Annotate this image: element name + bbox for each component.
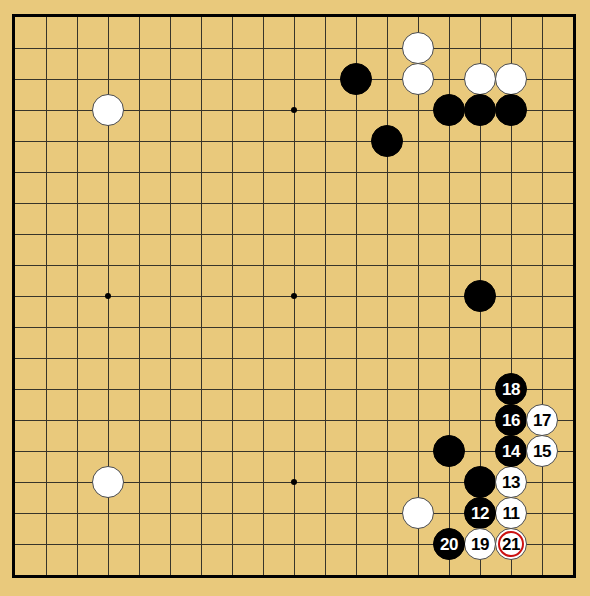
board-cell <box>139 48 170 79</box>
board-cell <box>542 265 573 296</box>
board-cell <box>232 234 263 265</box>
board-cell <box>356 513 387 544</box>
board-cell <box>325 482 356 513</box>
board-cell <box>77 265 108 296</box>
board-cell <box>170 79 201 110</box>
board-cell <box>387 451 418 482</box>
board-cell <box>511 296 542 327</box>
board-cell <box>511 141 542 172</box>
board-cell <box>387 327 418 358</box>
board-cell <box>15 79 46 110</box>
board-cell <box>46 110 77 141</box>
board-cell <box>232 358 263 389</box>
stone-black-move-14: 14 <box>495 435 527 467</box>
board-cell <box>263 48 294 79</box>
stone-white-move-15: 15 <box>526 435 558 467</box>
stone-white-move-13: 13 <box>495 466 527 498</box>
board-cell <box>232 389 263 420</box>
board-cell <box>263 172 294 203</box>
stone-black-move-18: 18 <box>495 373 527 405</box>
board-cell <box>542 296 573 327</box>
board-cell <box>294 172 325 203</box>
board-cell <box>201 79 232 110</box>
board-cell <box>46 451 77 482</box>
board-cell <box>46 389 77 420</box>
board-cell <box>170 172 201 203</box>
board-cell <box>325 265 356 296</box>
board-cell <box>139 451 170 482</box>
stone-black-move-16: 16 <box>495 404 527 436</box>
board-cell <box>387 358 418 389</box>
board-cell <box>108 389 139 420</box>
board-cell <box>263 17 294 48</box>
board-cell <box>170 141 201 172</box>
board-cell <box>108 420 139 451</box>
board-cell <box>418 265 449 296</box>
board-cell <box>542 327 573 358</box>
board-cell <box>356 544 387 575</box>
board-cell <box>15 203 46 234</box>
board-cell <box>139 141 170 172</box>
board-cell <box>46 265 77 296</box>
board-cell <box>108 17 139 48</box>
board-cell <box>77 17 108 48</box>
board-cell <box>263 451 294 482</box>
board-cell <box>418 172 449 203</box>
board-cell <box>46 513 77 544</box>
board-cell <box>170 327 201 358</box>
stone-black <box>464 466 496 498</box>
stone-black <box>371 125 403 157</box>
board-cell <box>356 17 387 48</box>
board-cell <box>77 234 108 265</box>
board-cell <box>232 172 263 203</box>
board-cell <box>263 265 294 296</box>
board-cell <box>325 110 356 141</box>
board-cell <box>201 327 232 358</box>
stone-white <box>92 94 124 126</box>
board-cell <box>139 172 170 203</box>
board-cell <box>325 451 356 482</box>
board-cell <box>387 234 418 265</box>
board-cell <box>201 234 232 265</box>
board-cell <box>294 482 325 513</box>
board-cell <box>263 327 294 358</box>
board-cell <box>77 513 108 544</box>
board-cell <box>325 234 356 265</box>
board-cell <box>356 203 387 234</box>
board-cell <box>15 17 46 48</box>
board-cell <box>480 172 511 203</box>
board-cell <box>542 513 573 544</box>
board-cell <box>511 234 542 265</box>
board-cell <box>263 389 294 420</box>
board-cell <box>542 172 573 203</box>
board-cell <box>294 451 325 482</box>
board-cell <box>294 203 325 234</box>
board-cell <box>325 17 356 48</box>
board-cell <box>325 141 356 172</box>
stone-black <box>433 435 465 467</box>
board-cell <box>387 296 418 327</box>
board-cell <box>263 141 294 172</box>
board-cell <box>108 234 139 265</box>
board-cell <box>418 358 449 389</box>
board-cell <box>139 544 170 575</box>
board-cell <box>263 544 294 575</box>
board-cell <box>418 203 449 234</box>
board-cell <box>170 482 201 513</box>
board-cell <box>542 141 573 172</box>
board-cell <box>46 141 77 172</box>
board-cell <box>232 265 263 296</box>
board-cell <box>201 451 232 482</box>
board-cell <box>542 79 573 110</box>
board-cell <box>170 234 201 265</box>
board-cell <box>542 48 573 79</box>
board-cell <box>294 327 325 358</box>
board-cell <box>542 544 573 575</box>
board-cell <box>201 110 232 141</box>
board-cell <box>15 327 46 358</box>
board-cell <box>356 234 387 265</box>
stone-white-move-19: 19 <box>464 528 496 560</box>
board-cell <box>139 482 170 513</box>
board-cell <box>294 17 325 48</box>
board-cell <box>511 203 542 234</box>
board-cell <box>232 110 263 141</box>
board-cell <box>511 327 542 358</box>
board-cell <box>108 358 139 389</box>
stone-white-move-11: 11 <box>495 497 527 529</box>
board-cell <box>77 358 108 389</box>
star-point <box>105 293 111 299</box>
board-cell <box>294 141 325 172</box>
board-cell <box>170 203 201 234</box>
stone-white-move-17: 17 <box>526 404 558 436</box>
board-cell <box>15 544 46 575</box>
board-cell <box>46 234 77 265</box>
board-cell <box>139 327 170 358</box>
board-cell <box>77 296 108 327</box>
board-cell <box>480 327 511 358</box>
stone-black <box>464 94 496 126</box>
board-cell <box>201 482 232 513</box>
board-cell <box>108 327 139 358</box>
board-cell <box>201 48 232 79</box>
star-point <box>291 293 297 299</box>
board-cell <box>542 17 573 48</box>
board-cell <box>108 544 139 575</box>
board-cell <box>418 234 449 265</box>
board-cell <box>46 544 77 575</box>
board-cell <box>232 296 263 327</box>
board-cell <box>511 172 542 203</box>
board-cell <box>15 389 46 420</box>
board-cell <box>294 110 325 141</box>
board-cell <box>139 420 170 451</box>
stone-black <box>433 94 465 126</box>
board-cell <box>108 296 139 327</box>
board-cell <box>46 420 77 451</box>
board-cell <box>511 17 542 48</box>
board-cell <box>170 358 201 389</box>
board-cell <box>449 172 480 203</box>
board-cell <box>201 203 232 234</box>
board-cell <box>387 265 418 296</box>
board-cell <box>418 141 449 172</box>
board-cell <box>232 17 263 48</box>
board-cell <box>232 48 263 79</box>
board-cell <box>201 389 232 420</box>
board-cell <box>139 203 170 234</box>
stone-white <box>495 63 527 95</box>
board-cell <box>170 17 201 48</box>
board-cell <box>201 358 232 389</box>
board-cell <box>325 203 356 234</box>
board-cell <box>108 172 139 203</box>
board-cell <box>325 358 356 389</box>
board-cell <box>15 420 46 451</box>
board-cell <box>542 358 573 389</box>
board-cell <box>77 172 108 203</box>
board-cell <box>46 482 77 513</box>
board-cell <box>77 203 108 234</box>
board-cell <box>480 141 511 172</box>
board-cell <box>356 482 387 513</box>
board-cell <box>139 17 170 48</box>
board-cell <box>356 358 387 389</box>
board-cell <box>139 79 170 110</box>
board-cell <box>480 17 511 48</box>
board-cell <box>139 513 170 544</box>
board-cell <box>139 110 170 141</box>
board-cell <box>263 420 294 451</box>
board-cell <box>480 203 511 234</box>
board-cell <box>418 296 449 327</box>
board-cell <box>232 451 263 482</box>
board-cell <box>542 482 573 513</box>
board-cell <box>232 79 263 110</box>
board-cell <box>387 203 418 234</box>
stone-white <box>402 63 434 95</box>
star-point <box>291 479 297 485</box>
stone-black-move-12: 12 <box>464 497 496 529</box>
board-cell <box>139 265 170 296</box>
board-cell <box>170 420 201 451</box>
board-cell <box>46 358 77 389</box>
board-cell <box>542 110 573 141</box>
board-cell <box>356 327 387 358</box>
board-cell <box>170 48 201 79</box>
board-cell <box>356 389 387 420</box>
board-cell <box>232 327 263 358</box>
board-cell <box>263 296 294 327</box>
board-cell <box>139 234 170 265</box>
board-cell <box>356 265 387 296</box>
stone-white <box>464 63 496 95</box>
stone-white <box>92 466 124 498</box>
board-cell <box>46 203 77 234</box>
board-cell <box>263 358 294 389</box>
board-cell <box>263 79 294 110</box>
board-cell <box>387 544 418 575</box>
board-cell <box>46 79 77 110</box>
board-cell <box>170 389 201 420</box>
board-cell <box>170 451 201 482</box>
board-cell <box>294 48 325 79</box>
board-cell <box>170 296 201 327</box>
board-cell <box>325 513 356 544</box>
board-cell <box>294 234 325 265</box>
board-cell <box>108 141 139 172</box>
board-cell <box>15 48 46 79</box>
board-cell <box>15 513 46 544</box>
board-cell <box>294 265 325 296</box>
board-cell <box>449 327 480 358</box>
board-cell <box>294 513 325 544</box>
board-cell <box>542 234 573 265</box>
board-cell <box>232 544 263 575</box>
go-board[interactable]: 1112131415161718192021 <box>12 14 576 578</box>
board-cell <box>294 389 325 420</box>
board-cell <box>263 513 294 544</box>
stone-white-move-21: 21 <box>495 528 527 560</box>
board-cell <box>77 389 108 420</box>
board-cell <box>232 513 263 544</box>
board-cell <box>356 451 387 482</box>
board-cell <box>294 79 325 110</box>
board-cell <box>542 203 573 234</box>
board-cell <box>15 110 46 141</box>
board-cell <box>325 389 356 420</box>
board-cell <box>201 296 232 327</box>
board-cell <box>15 358 46 389</box>
board-cell <box>449 389 480 420</box>
board-cell <box>232 141 263 172</box>
board-cell <box>46 327 77 358</box>
board-cell <box>325 544 356 575</box>
board-cell <box>449 17 480 48</box>
stone-black <box>340 63 372 95</box>
board-cell <box>15 451 46 482</box>
board-cell <box>77 141 108 172</box>
go-board-diagram: 1112131415161718192021 <box>0 0 590 596</box>
board-cell <box>263 482 294 513</box>
board-cell <box>201 17 232 48</box>
stone-white <box>402 32 434 64</box>
board-cell <box>77 544 108 575</box>
board-cell <box>170 265 201 296</box>
board-cell <box>77 420 108 451</box>
board-cell <box>46 296 77 327</box>
board-cell <box>294 296 325 327</box>
board-cell <box>294 358 325 389</box>
board-cell <box>15 265 46 296</box>
board-cell <box>108 265 139 296</box>
board-cell <box>325 296 356 327</box>
board-cell <box>356 296 387 327</box>
board-cell <box>387 172 418 203</box>
board-cell <box>201 420 232 451</box>
board-cell <box>418 389 449 420</box>
board-cell <box>108 48 139 79</box>
board-cell <box>449 358 480 389</box>
board-cell <box>263 203 294 234</box>
board-cell <box>170 513 201 544</box>
board-cell <box>77 48 108 79</box>
board-cell <box>139 389 170 420</box>
board-cell <box>325 327 356 358</box>
board-cell <box>449 234 480 265</box>
board-cell <box>15 172 46 203</box>
board-cell <box>232 203 263 234</box>
board-cell <box>201 513 232 544</box>
board-cell <box>449 141 480 172</box>
board-cell <box>139 358 170 389</box>
stone-black-move-20: 20 <box>433 528 465 560</box>
board-cell <box>387 420 418 451</box>
board-cell <box>325 172 356 203</box>
board-cell <box>294 544 325 575</box>
board-cell <box>170 544 201 575</box>
board-cell <box>15 234 46 265</box>
board-cell <box>46 48 77 79</box>
board-cell <box>201 141 232 172</box>
stone-black <box>464 280 496 312</box>
board-cell <box>387 389 418 420</box>
board-cell <box>15 296 46 327</box>
board-cell <box>449 203 480 234</box>
board-cell <box>356 420 387 451</box>
star-point <box>291 107 297 113</box>
board-cell <box>356 172 387 203</box>
board-cell <box>201 265 232 296</box>
board-cell <box>263 234 294 265</box>
stone-white <box>402 497 434 529</box>
board-cell <box>139 296 170 327</box>
board-cell <box>77 327 108 358</box>
board-cell <box>108 513 139 544</box>
board-cell <box>46 172 77 203</box>
board-cell <box>480 234 511 265</box>
board-cell <box>46 17 77 48</box>
board-cell <box>325 420 356 451</box>
board-cell <box>201 172 232 203</box>
board-cell <box>232 420 263 451</box>
board-cell <box>294 420 325 451</box>
board-cell <box>263 110 294 141</box>
board-cell <box>511 265 542 296</box>
board-cell <box>108 203 139 234</box>
board-cell <box>201 544 232 575</box>
stone-black <box>495 94 527 126</box>
board-cell <box>232 482 263 513</box>
board-cell <box>418 327 449 358</box>
board-cell <box>170 110 201 141</box>
board-cell <box>15 482 46 513</box>
board-cell <box>15 141 46 172</box>
